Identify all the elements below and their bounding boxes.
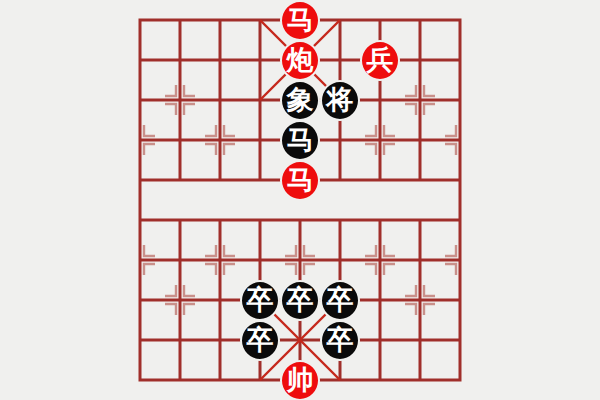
board-point: 炮 bbox=[280, 40, 320, 80]
board-point: 马 bbox=[280, 0, 320, 40]
black-elephant[interactable]: 象 bbox=[280, 80, 320, 121]
board-point: 卒 bbox=[320, 320, 360, 360]
piece-glyph: 卒 bbox=[247, 287, 274, 314]
black-pawn[interactable]: 卒 bbox=[240, 280, 280, 321]
board-point: 帅 bbox=[280, 360, 320, 400]
board-point: 卒 bbox=[240, 280, 280, 320]
board-point: 象 bbox=[280, 80, 320, 120]
board-point: 卒 bbox=[320, 280, 360, 320]
piece-glyph: 兵 bbox=[367, 47, 394, 74]
piece-glyph: 炮 bbox=[287, 47, 314, 74]
red-horse[interactable]: 马 bbox=[280, 160, 320, 201]
piece-glyph: 马 bbox=[287, 127, 314, 154]
black-pawn[interactable]: 卒 bbox=[320, 320, 360, 361]
board-point: 卒 bbox=[240, 320, 280, 360]
black-horse[interactable]: 马 bbox=[280, 120, 320, 161]
piece-glyph: 马 bbox=[287, 7, 314, 34]
xiangqi-board[interactable]: 马炮兵象将马马卒卒卒卒卒帅 bbox=[120, 0, 480, 400]
piece-glyph: 卒 bbox=[287, 287, 314, 314]
board-point: 兵 bbox=[360, 40, 400, 80]
board-point: 卒 bbox=[280, 280, 320, 320]
black-pawn[interactable]: 卒 bbox=[320, 280, 360, 321]
red-horse[interactable]: 马 bbox=[280, 0, 320, 41]
board-point: 马 bbox=[280, 160, 320, 200]
red-pawn[interactable]: 兵 bbox=[360, 40, 400, 81]
board-point: 马 bbox=[280, 120, 320, 160]
piece-glyph: 马 bbox=[287, 167, 314, 194]
black-general[interactable]: 将 bbox=[320, 80, 360, 121]
piece-glyph: 卒 bbox=[327, 287, 354, 314]
piece-glyph: 将 bbox=[327, 87, 354, 114]
xiangqi-diagram: 马炮兵象将马马卒卒卒卒卒帅 bbox=[0, 0, 600, 400]
piece-glyph: 卒 bbox=[327, 327, 354, 354]
black-pawn[interactable]: 卒 bbox=[240, 320, 280, 361]
piece-glyph: 卒 bbox=[247, 327, 274, 354]
black-pawn[interactable]: 卒 bbox=[280, 280, 320, 321]
piece-glyph: 象 bbox=[287, 87, 314, 114]
board-point: 将 bbox=[320, 80, 360, 120]
piece-glyph: 帅 bbox=[287, 367, 314, 394]
red-general[interactable]: 帅 bbox=[280, 360, 320, 400]
red-cannon[interactable]: 炮 bbox=[280, 40, 320, 81]
